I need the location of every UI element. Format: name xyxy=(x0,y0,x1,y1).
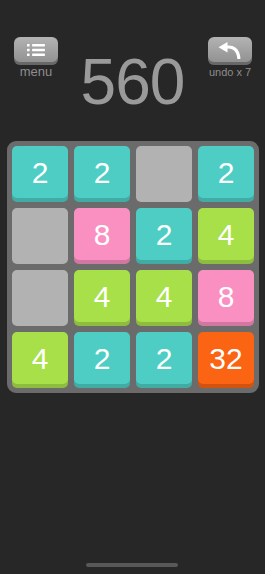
tile-2-r4c3: 2 xyxy=(136,332,192,388)
home-indicator[interactable] xyxy=(86,563,178,567)
tile-8-r2c2: 8 xyxy=(74,208,130,264)
empty-cell-r2c1 xyxy=(12,208,68,264)
undo-arrow-icon xyxy=(218,42,242,59)
tile-8-r3c4: 8 xyxy=(198,270,254,326)
tile-4-r3c2: 4 xyxy=(74,270,130,326)
tile-board[interactable]: 22282444842232 xyxy=(7,141,259,393)
game-screen: menu 560 undo x 7 22282444842232 xyxy=(0,0,265,574)
undo-button-label: undo x 7 xyxy=(198,65,262,79)
tile-4-r3c3: 4 xyxy=(136,270,192,326)
tile-4-r2c4: 4 xyxy=(198,208,254,264)
tile-2-r1c4: 2 xyxy=(198,146,254,202)
empty-cell-r1c3 xyxy=(136,146,192,202)
tile-2-r4c2: 2 xyxy=(74,332,130,388)
tile-2-r1c2: 2 xyxy=(74,146,130,202)
undo-button[interactable] xyxy=(208,37,252,65)
tile-2-r1c1: 2 xyxy=(12,146,68,202)
empty-cell-r3c1 xyxy=(12,270,68,326)
tile-32-r4c4: 32 xyxy=(198,332,254,388)
tile-2-r2c3: 2 xyxy=(136,208,192,264)
tile-4-r4c1: 4 xyxy=(12,332,68,388)
